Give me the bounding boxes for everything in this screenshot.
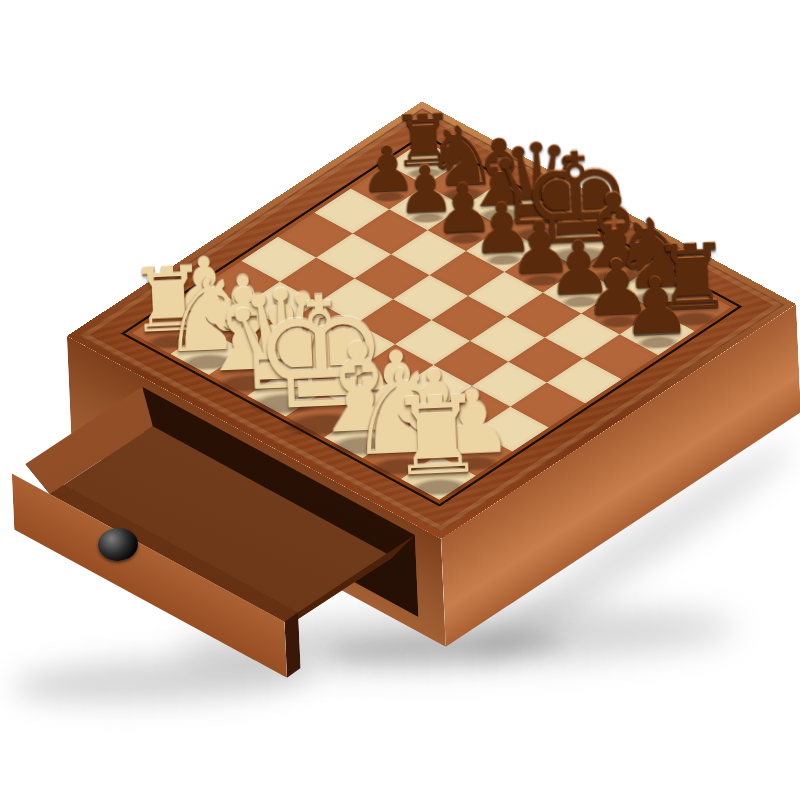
scene: ♜♞♟♝♟♛♟♚♟♝♟♞♟♟♜♟♟♜♟♟♞♟♝♟♛♟♚♟♝♟♞♜ xyxy=(0,0,800,800)
chess-cabinet: ♜♞♟♝♟♛♟♚♟♝♟♞♟♟♜♟♟♜♟♟♞♟♝♟♛♟♚♟♝♟♞♜ xyxy=(0,0,800,800)
